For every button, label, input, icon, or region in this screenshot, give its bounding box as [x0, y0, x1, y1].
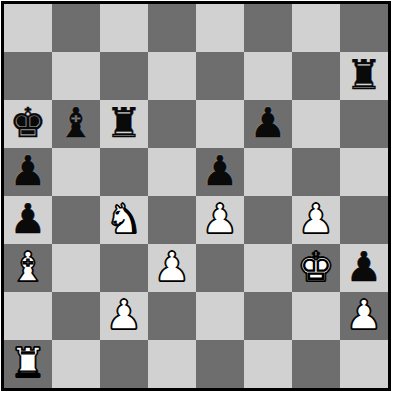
square-b4[interactable]: [52, 196, 100, 244]
square-b1[interactable]: [52, 340, 100, 388]
square-b3[interactable]: [52, 244, 100, 292]
square-e6[interactable]: [196, 100, 244, 148]
black-king-a6[interactable]: ♚: [10, 99, 47, 147]
square-g8[interactable]: [292, 4, 340, 52]
white-king-g3[interactable]: ♚: [298, 243, 335, 291]
square-e1[interactable]: [196, 340, 244, 388]
square-d7[interactable]: [148, 52, 196, 100]
square-f4[interactable]: [244, 196, 292, 244]
square-a1[interactable]: ♜: [4, 340, 52, 388]
square-h2[interactable]: ♟: [340, 292, 388, 340]
white-knight-c4[interactable]: ♞: [106, 195, 143, 243]
square-g6[interactable]: [292, 100, 340, 148]
white-rook-a1[interactable]: ♜: [10, 339, 47, 387]
square-f6[interactable]: ♟: [244, 100, 292, 148]
square-c3[interactable]: [100, 244, 148, 292]
square-b5[interactable]: [52, 148, 100, 196]
square-b8[interactable]: [52, 4, 100, 52]
white-bishop-a3[interactable]: ♝: [10, 243, 47, 291]
white-pawn-c2[interactable]: ♟: [106, 291, 143, 339]
square-g1[interactable]: [292, 340, 340, 388]
white-pawn-g4[interactable]: ♟: [298, 195, 335, 243]
square-a8[interactable]: [4, 4, 52, 52]
black-pawn-e5[interactable]: ♟: [202, 147, 239, 195]
square-e8[interactable]: [196, 4, 244, 52]
white-pawn-d3[interactable]: ♟: [154, 243, 191, 291]
white-pawn-h2[interactable]: ♟: [346, 291, 383, 339]
board-grid: ♜♚♝♜♟♟♟♟♞♟♟♝♟♚♟♟♟♜: [4, 4, 388, 388]
square-d2[interactable]: [148, 292, 196, 340]
square-c5[interactable]: [100, 148, 148, 196]
square-h4[interactable]: [340, 196, 388, 244]
square-g4[interactable]: ♟: [292, 196, 340, 244]
square-e7[interactable]: [196, 52, 244, 100]
square-d5[interactable]: [148, 148, 196, 196]
square-a5[interactable]: ♟: [4, 148, 52, 196]
square-g2[interactable]: [292, 292, 340, 340]
square-c4[interactable]: ♞: [100, 196, 148, 244]
square-h5[interactable]: [340, 148, 388, 196]
square-f5[interactable]: [244, 148, 292, 196]
square-g7[interactable]: [292, 52, 340, 100]
square-h6[interactable]: [340, 100, 388, 148]
square-f1[interactable]: [244, 340, 292, 388]
black-pawn-h3[interactable]: ♟: [346, 243, 383, 291]
square-c1[interactable]: [100, 340, 148, 388]
square-c2[interactable]: ♟: [100, 292, 148, 340]
square-a3[interactable]: ♝: [4, 244, 52, 292]
black-pawn-a5[interactable]: ♟: [10, 147, 47, 195]
black-pawn-a4[interactable]: ♟: [10, 195, 47, 243]
square-e5[interactable]: ♟: [196, 148, 244, 196]
square-a4[interactable]: ♟: [4, 196, 52, 244]
square-a6[interactable]: ♚: [4, 100, 52, 148]
square-e3[interactable]: [196, 244, 244, 292]
square-e4[interactable]: ♟: [196, 196, 244, 244]
square-b7[interactable]: [52, 52, 100, 100]
square-d1[interactable]: [148, 340, 196, 388]
white-pawn-e4[interactable]: ♟: [202, 195, 239, 243]
square-a2[interactable]: [4, 292, 52, 340]
square-h8[interactable]: [340, 4, 388, 52]
square-f3[interactable]: [244, 244, 292, 292]
square-f2[interactable]: [244, 292, 292, 340]
black-rook-h7[interactable]: ♜: [346, 51, 383, 99]
chess-board: ♜♚♝♜♟♟♟♟♞♟♟♝♟♚♟♟♟♜: [1, 1, 391, 391]
square-c6[interactable]: ♜: [100, 100, 148, 148]
square-c8[interactable]: [100, 4, 148, 52]
square-a7[interactable]: [4, 52, 52, 100]
square-d6[interactable]: [148, 100, 196, 148]
black-bishop-b6[interactable]: ♝: [58, 99, 95, 147]
square-h3[interactable]: ♟: [340, 244, 388, 292]
black-rook-c6[interactable]: ♜: [106, 99, 143, 147]
square-h7[interactable]: ♜: [340, 52, 388, 100]
square-d4[interactable]: [148, 196, 196, 244]
square-f7[interactable]: [244, 52, 292, 100]
square-g3[interactable]: ♚: [292, 244, 340, 292]
square-d8[interactable]: [148, 4, 196, 52]
square-g5[interactable]: [292, 148, 340, 196]
square-c7[interactable]: [100, 52, 148, 100]
square-b2[interactable]: [52, 292, 100, 340]
square-h1[interactable]: [340, 340, 388, 388]
square-d3[interactable]: ♟: [148, 244, 196, 292]
black-pawn-f6[interactable]: ♟: [250, 99, 287, 147]
square-f8[interactable]: [244, 4, 292, 52]
square-e2[interactable]: [196, 292, 244, 340]
square-b6[interactable]: ♝: [52, 100, 100, 148]
